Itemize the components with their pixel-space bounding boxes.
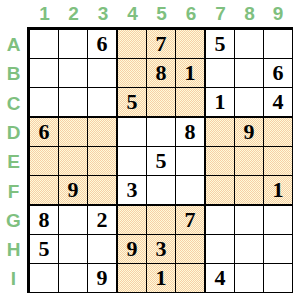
cell-I5[interactable]: 1 <box>147 264 176 292</box>
cell-F4[interactable]: 3 <box>118 176 147 206</box>
cell-I8[interactable] <box>235 264 264 292</box>
cell-E9[interactable] <box>264 147 292 176</box>
cell-A3[interactable]: 6 <box>88 30 118 59</box>
cell-D4[interactable] <box>118 118 147 147</box>
cell-B4[interactable] <box>118 59 147 88</box>
cell-F8[interactable] <box>235 176 264 206</box>
cell-E7[interactable] <box>206 147 235 176</box>
cell-G6[interactable]: 7 <box>176 206 206 235</box>
cell-F7[interactable] <box>206 176 235 206</box>
row-label-A: A <box>7 35 21 54</box>
cell-E3[interactable] <box>88 147 118 176</box>
cell-A5[interactable]: 7 <box>147 30 176 59</box>
cell-F6[interactable] <box>176 176 206 206</box>
cell-D8[interactable]: 9 <box>235 118 264 147</box>
cell-D5[interactable] <box>147 118 176 147</box>
row-labels: ABCDEFGHI <box>0 27 27 293</box>
cell-I9[interactable] <box>264 264 292 292</box>
row-label-H: H <box>7 240 21 259</box>
cell-C6[interactable] <box>176 88 206 118</box>
cell-A1[interactable] <box>30 30 59 59</box>
cell-G1[interactable]: 8 <box>30 206 59 235</box>
row-label-E: E <box>7 152 20 171</box>
cell-I6[interactable] <box>176 264 206 292</box>
cell-A4[interactable] <box>118 30 147 59</box>
cell-E8[interactable] <box>235 147 264 176</box>
row-label-C: C <box>7 94 21 113</box>
cell-A2[interactable] <box>59 30 88 59</box>
cell-I1[interactable] <box>30 264 59 292</box>
cell-D1[interactable]: 6 <box>30 118 59 147</box>
cell-C4[interactable]: 5 <box>118 88 147 118</box>
cell-G3[interactable]: 2 <box>88 206 118 235</box>
cell-E1[interactable] <box>30 147 59 176</box>
cell-B6[interactable]: 1 <box>176 59 206 88</box>
cell-B7[interactable] <box>206 59 235 88</box>
cell-B5[interactable]: 8 <box>147 59 176 88</box>
cell-G2[interactable] <box>59 206 88 235</box>
cell-C5[interactable] <box>147 88 176 118</box>
cell-A7[interactable]: 5 <box>206 30 235 59</box>
row-label-I: I <box>11 269 16 288</box>
col-label-7: 7 <box>206 4 235 23</box>
cell-D7[interactable] <box>206 118 235 147</box>
cell-B3[interactable] <box>88 59 118 88</box>
cell-E5[interactable]: 5 <box>147 147 176 176</box>
cell-E6[interactable] <box>176 147 206 176</box>
cell-G9[interactable] <box>264 206 292 235</box>
col-label-3: 3 <box>88 4 118 23</box>
sudoku-puzzle: 123456789 ABCDEFGHI 67581651468959318275… <box>0 0 293 293</box>
row-label-F: F <box>8 182 20 201</box>
corner-spacer <box>0 0 27 27</box>
cell-B2[interactable] <box>59 59 88 88</box>
cell-F9[interactable]: 1 <box>264 176 292 206</box>
cell-F2[interactable]: 9 <box>59 176 88 206</box>
cell-I3[interactable]: 9 <box>88 264 118 292</box>
cell-F1[interactable] <box>30 176 59 206</box>
cell-E2[interactable] <box>59 147 88 176</box>
cell-H2[interactable] <box>59 235 88 264</box>
row-label-D: D <box>7 123 21 142</box>
cell-D3[interactable] <box>88 118 118 147</box>
cell-H5[interactable]: 3 <box>147 235 176 264</box>
cell-H8[interactable] <box>235 235 264 264</box>
row-label-G: G <box>6 211 21 230</box>
cell-C8[interactable] <box>235 88 264 118</box>
col-label-8: 8 <box>235 4 264 23</box>
cell-G4[interactable] <box>118 206 147 235</box>
cell-F5[interactable] <box>147 176 176 206</box>
cell-D9[interactable] <box>264 118 292 147</box>
cell-F3[interactable] <box>88 176 118 206</box>
col-label-5: 5 <box>147 4 176 23</box>
cell-H9[interactable] <box>264 235 292 264</box>
cell-A8[interactable] <box>235 30 264 59</box>
col-label-9: 9 <box>264 4 292 23</box>
cell-B8[interactable] <box>235 59 264 88</box>
cell-C2[interactable] <box>59 88 88 118</box>
cell-C3[interactable] <box>88 88 118 118</box>
cell-B9[interactable]: 6 <box>264 59 292 88</box>
cell-E4[interactable] <box>118 147 147 176</box>
cell-A9[interactable] <box>264 30 292 59</box>
cell-G5[interactable] <box>147 206 176 235</box>
cell-H7[interactable] <box>206 235 235 264</box>
col-label-2: 2 <box>59 4 88 23</box>
cell-H1[interactable]: 5 <box>30 235 59 264</box>
cell-G7[interactable] <box>206 206 235 235</box>
cell-H4[interactable]: 9 <box>118 235 147 264</box>
cell-H6[interactable] <box>176 235 206 264</box>
cell-I7[interactable]: 4 <box>206 264 235 292</box>
cell-D2[interactable] <box>59 118 88 147</box>
cell-C7[interactable]: 1 <box>206 88 235 118</box>
cell-B1[interactable] <box>30 59 59 88</box>
column-labels: 123456789 <box>27 0 293 27</box>
cell-C9[interactable]: 4 <box>264 88 292 118</box>
cell-D6[interactable]: 8 <box>176 118 206 147</box>
cell-H3[interactable] <box>88 235 118 264</box>
cell-G8[interactable] <box>235 206 264 235</box>
sudoku-board: 6758165146895931827593914 <box>27 27 293 293</box>
cell-I4[interactable] <box>118 264 147 292</box>
cell-C1[interactable] <box>30 88 59 118</box>
cell-I2[interactable] <box>59 264 88 292</box>
row-label-B: B <box>7 64 21 83</box>
col-label-4: 4 <box>118 4 147 23</box>
cell-A6[interactable] <box>176 30 206 59</box>
col-label-6: 6 <box>176 4 206 23</box>
col-label-1: 1 <box>30 4 59 23</box>
